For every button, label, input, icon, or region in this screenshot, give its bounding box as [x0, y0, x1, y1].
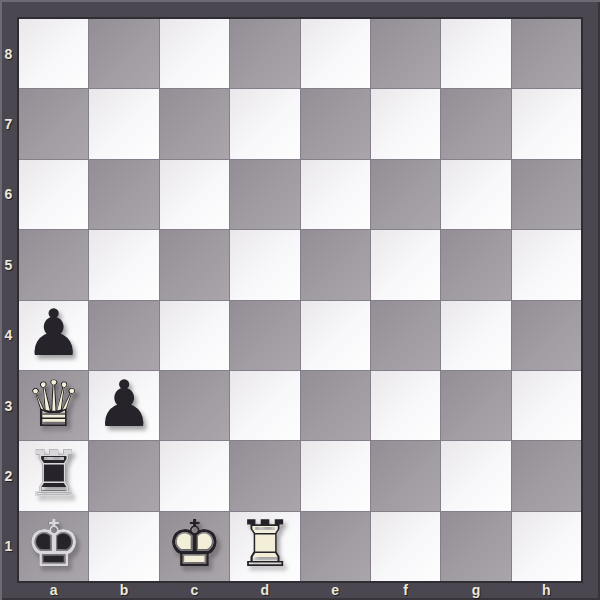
square-c4[interactable]	[160, 301, 229, 370]
square-a3[interactable]: ♛♕	[19, 371, 88, 440]
black-rook-outline-glyph: ♖	[19, 439, 88, 508]
square-g1[interactable]	[441, 512, 510, 581]
file-label-c: c	[160, 581, 229, 598]
square-e2[interactable]	[301, 441, 370, 510]
square-f7[interactable]	[371, 89, 440, 158]
file-label-e: e	[301, 581, 370, 598]
white-rook-outline-glyph: ♖	[230, 510, 299, 579]
square-h4[interactable]	[512, 301, 581, 370]
square-g6[interactable]	[441, 160, 510, 229]
square-d6[interactable]	[230, 160, 299, 229]
white-king[interactable]: ♚♔	[160, 512, 229, 581]
square-c2[interactable]	[160, 441, 229, 510]
square-b2[interactable]	[89, 441, 158, 510]
rank-label-5: 5	[0, 230, 17, 299]
square-f6[interactable]	[371, 160, 440, 229]
white-queen-outline-glyph: ♕	[19, 369, 88, 438]
square-e3[interactable]	[301, 371, 370, 440]
rank-label-4: 4	[0, 301, 17, 370]
square-g4[interactable]	[441, 301, 510, 370]
square-f1[interactable]	[371, 512, 440, 581]
square-e4[interactable]	[301, 301, 370, 370]
black-pawn-outline-glyph	[19, 299, 88, 368]
square-f2[interactable]	[371, 441, 440, 510]
square-f8[interactable]	[371, 19, 440, 88]
square-h1[interactable]	[512, 512, 581, 581]
square-g3[interactable]	[441, 371, 510, 440]
square-a2[interactable]: ♜♖	[19, 441, 88, 510]
square-g7[interactable]	[441, 89, 510, 158]
black-pawn-outline-glyph	[89, 369, 158, 438]
file-label-g: g	[441, 581, 510, 598]
chess-board: ♟♛♕♟♜♖♚♔♚♔♜♖	[17, 17, 583, 583]
square-d1[interactable]: ♜♖	[230, 512, 299, 581]
square-a8[interactable]	[19, 19, 88, 88]
rank-label-2: 2	[0, 441, 17, 510]
square-d8[interactable]	[230, 19, 299, 88]
square-b1[interactable]	[89, 512, 158, 581]
rank-label-7: 7	[0, 89, 17, 158]
square-c1[interactable]: ♚♔	[160, 512, 229, 581]
rank-label-3: 3	[0, 371, 17, 440]
square-c3[interactable]	[160, 371, 229, 440]
black-king-outline-glyph: ♔	[19, 510, 88, 579]
black-pawn[interactable]: ♟	[89, 371, 158, 440]
file-label-a: a	[19, 581, 88, 598]
rank-label-1: 1	[0, 512, 17, 581]
square-e7[interactable]	[301, 89, 370, 158]
square-h7[interactable]	[512, 89, 581, 158]
square-e6[interactable]	[301, 160, 370, 229]
square-b5[interactable]	[89, 230, 158, 299]
square-c8[interactable]	[160, 19, 229, 88]
square-b8[interactable]	[89, 19, 158, 88]
square-h8[interactable]	[512, 19, 581, 88]
square-a6[interactable]	[19, 160, 88, 229]
square-b6[interactable]	[89, 160, 158, 229]
square-a5[interactable]	[19, 230, 88, 299]
square-f5[interactable]	[371, 230, 440, 299]
file-label-h: h	[512, 581, 581, 598]
square-d2[interactable]	[230, 441, 299, 510]
white-rook[interactable]: ♜♖	[230, 512, 299, 581]
square-d3[interactable]	[230, 371, 299, 440]
square-a7[interactable]	[19, 89, 88, 158]
square-d7[interactable]	[230, 89, 299, 158]
square-b3[interactable]: ♟	[89, 371, 158, 440]
square-h3[interactable]	[512, 371, 581, 440]
square-c6[interactable]	[160, 160, 229, 229]
square-d5[interactable]	[230, 230, 299, 299]
black-rook[interactable]: ♜♖	[19, 441, 88, 510]
square-h6[interactable]	[512, 160, 581, 229]
square-f4[interactable]	[371, 301, 440, 370]
file-label-b: b	[89, 581, 158, 598]
square-g2[interactable]	[441, 441, 510, 510]
square-h2[interactable]	[512, 441, 581, 510]
chess-board-frame: ♟♛♕♟♜♖♚♔♚♔♜♖ 87654321abcdefgh	[0, 0, 600, 600]
black-king[interactable]: ♚♔	[19, 512, 88, 581]
black-pawn[interactable]: ♟	[19, 301, 88, 370]
rank-label-6: 6	[0, 160, 17, 229]
square-f3[interactable]	[371, 371, 440, 440]
white-queen[interactable]: ♛♕	[19, 371, 88, 440]
square-b4[interactable]	[89, 301, 158, 370]
square-g8[interactable]	[441, 19, 510, 88]
square-g5[interactable]	[441, 230, 510, 299]
rank-label-8: 8	[0, 19, 17, 88]
square-a4[interactable]: ♟	[19, 301, 88, 370]
square-c7[interactable]	[160, 89, 229, 158]
white-king-outline-glyph: ♔	[160, 510, 229, 579]
square-e5[interactable]	[301, 230, 370, 299]
square-e8[interactable]	[301, 19, 370, 88]
square-b7[interactable]	[89, 89, 158, 158]
file-label-d: d	[230, 581, 299, 598]
file-label-f: f	[371, 581, 440, 598]
square-c5[interactable]	[160, 230, 229, 299]
square-e1[interactable]	[301, 512, 370, 581]
square-d4[interactable]	[230, 301, 299, 370]
square-a1[interactable]: ♚♔	[19, 512, 88, 581]
square-h5[interactable]	[512, 230, 581, 299]
